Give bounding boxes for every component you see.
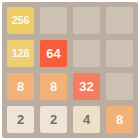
tile-128: 128 — [7, 40, 34, 67]
empty-cell — [73, 7, 100, 34]
tile-8: 8 — [106, 106, 133, 133]
empty-cell — [106, 73, 133, 100]
game-2048-window: 2561286488322248 — [0, 0, 140, 140]
tile-256: 256 — [7, 7, 34, 34]
tile-2: 2 — [7, 106, 34, 133]
tile-4: 4 — [73, 106, 100, 133]
tile-32: 32 — [73, 73, 100, 100]
tile-64: 64 — [40, 40, 67, 67]
empty-cell — [106, 40, 133, 67]
empty-cell — [40, 7, 67, 34]
tile-8: 8 — [40, 73, 67, 100]
tile-8: 8 — [7, 73, 34, 100]
tile-2: 2 — [40, 106, 67, 133]
empty-cell — [106, 7, 133, 34]
empty-cell — [73, 40, 100, 67]
board-grid[interactable]: 2561286488322248 — [0, 0, 140, 140]
